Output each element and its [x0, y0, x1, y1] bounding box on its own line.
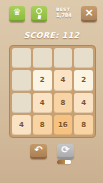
- medal-icon: [35, 8, 43, 18]
- restart-progress-fill: [57, 160, 65, 164]
- cell-empty-r1c4: [74, 48, 93, 68]
- best-value: 1,784: [56, 12, 72, 18]
- crown-icon: ♛: [13, 8, 21, 17]
- best-score: BEST 1,784: [56, 7, 72, 18]
- close-button[interactable]: ×: [81, 6, 97, 22]
- tile-8-r4c4: 8: [74, 115, 93, 135]
- tile-16-r4c3: 16: [54, 115, 73, 135]
- leaderboard-button[interactable]: ♛: [9, 6, 25, 22]
- cell-empty-r1c2: [33, 48, 52, 68]
- undo-button[interactable]: ↶: [30, 144, 47, 159]
- tile-4-r4c1: 4: [12, 115, 31, 135]
- tile-8-r3c3: 8: [54, 93, 73, 113]
- cell-empty-r2c1: [12, 70, 31, 90]
- cell-empty-r1c3: [54, 48, 73, 68]
- tile-8-r4c2: 8: [33, 115, 52, 135]
- score-label: SCORE: 112: [0, 31, 103, 40]
- restart-progress-bar: [57, 160, 71, 164]
- tile-2-r2c4: 2: [74, 70, 93, 90]
- tile-4-r3c4: 4: [74, 93, 93, 113]
- tile-4-r2c3: 4: [54, 70, 73, 90]
- tile-4-r3c2: 4: [33, 93, 52, 113]
- tile-2-r2c2: 2: [33, 70, 52, 90]
- undo-icon: ↶: [34, 145, 42, 155]
- restart-icon: ⟳: [61, 145, 69, 155]
- close-icon: ×: [84, 7, 93, 18]
- cell-empty-r1c1: [12, 48, 31, 68]
- cell-empty-r3c1: [12, 93, 31, 113]
- achievements-button[interactable]: [31, 6, 47, 22]
- board[interactable]: 24248448168: [9, 45, 96, 138]
- game-screen: ♛ BEST 1,784 × SCORE: 112 24248448168 ↶ …: [0, 0, 103, 183]
- restart-button[interactable]: ⟳: [57, 144, 74, 159]
